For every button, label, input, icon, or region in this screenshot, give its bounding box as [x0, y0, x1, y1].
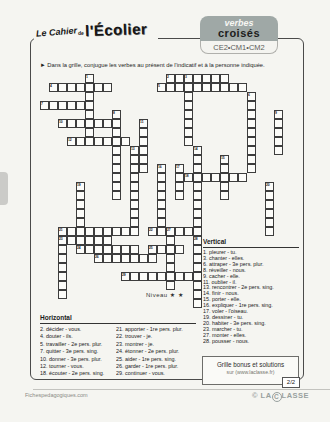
grid-cell[interactable]: 14 [193, 146, 202, 155]
grid-cell[interactable] [157, 218, 166, 227]
grid-cell[interactable] [112, 164, 121, 173]
grid-cell[interactable]: 21 [58, 227, 67, 236]
grid-cell[interactable] [103, 254, 112, 263]
grid-cell[interactable] [238, 173, 247, 182]
grid-cell[interactable] [166, 254, 175, 263]
horizontal-clues-col1: 2. décider - vous.4. douter - ils.5. tra… [40, 326, 112, 378]
grid-cell[interactable] [184, 110, 193, 119]
clue: 23. montrer - je. [116, 341, 196, 348]
grid-cell[interactable] [247, 110, 256, 119]
grid-cell[interactable]: 5 [157, 83, 166, 92]
grid-cell[interactable] [112, 173, 121, 182]
cell-number: 29 [122, 273, 126, 276]
grid-cell[interactable] [157, 191, 166, 200]
grid-cell[interactable] [76, 209, 85, 218]
clue: 18. écouter - 2e pers. sing. [40, 370, 112, 377]
grid-cell[interactable] [157, 209, 166, 218]
grid-cell[interactable] [274, 137, 283, 146]
grid-cell[interactable] [193, 83, 202, 92]
grid-cell[interactable] [67, 236, 76, 245]
grid-cell[interactable] [193, 209, 202, 218]
cell-number: 7 [41, 102, 43, 105]
grid-cell[interactable] [85, 92, 94, 101]
grid-cell[interactable] [247, 146, 256, 155]
clue: 2. décider - vous. [40, 326, 112, 333]
vertical-clues-panel: Vertical 1. pleurer - tu.3. chanter - el… [203, 238, 299, 345]
grid-cell[interactable] [58, 254, 67, 263]
grid-cell[interactable] [85, 119, 94, 128]
grid-cell[interactable] [229, 83, 238, 92]
grid-cell[interactable] [85, 245, 94, 254]
grid-cell[interactable] [112, 254, 121, 263]
grid-cell[interactable] [202, 173, 211, 182]
grid-cell[interactable]: 7 [40, 101, 49, 110]
grid-cell[interactable]: 18 [184, 173, 193, 182]
grid-cell[interactable] [58, 272, 67, 281]
cell-number: 26 [95, 255, 99, 258]
cell-number: 6 [248, 93, 250, 96]
grid-cell[interactable] [247, 164, 256, 173]
grid-cell[interactable] [76, 200, 85, 209]
grid-cell[interactable] [193, 254, 202, 263]
grid-cell[interactable] [274, 119, 283, 128]
grid-cell[interactable] [166, 236, 175, 245]
grid-cell[interactable]: 15 [220, 155, 229, 164]
grid-cell[interactable] [139, 272, 148, 281]
grid-cell[interactable] [193, 200, 202, 209]
grid-cell[interactable] [85, 110, 94, 119]
grid-cell[interactable] [274, 128, 283, 137]
grid-cell[interactable] [211, 173, 220, 182]
grid-cell[interactable] [193, 182, 202, 191]
cell-number: 13 [131, 147, 135, 150]
grid-cell[interactable]: 22 [148, 227, 157, 236]
page-number-badge: 2/2 [282, 377, 300, 388]
horizontal-clues-panel: Horizontal 2. décider - vous.4. douter -… [40, 314, 196, 378]
grid-cell[interactable] [166, 245, 175, 254]
grid-cell[interactable] [139, 137, 148, 146]
grid-cell[interactable] [238, 83, 247, 92]
grid-cell[interactable] [139, 146, 148, 155]
bonus-line2: sur (www.laclasse.fr) [203, 369, 298, 375]
laclasse-logo-suffix: LASSE [282, 391, 310, 400]
clue: 29. continuer - vous. [116, 370, 196, 377]
grid-cell[interactable] [265, 218, 274, 227]
grid-cell[interactable] [130, 227, 139, 236]
grid-cell[interactable] [94, 236, 103, 245]
grid-cell[interactable] [67, 83, 76, 92]
grid-cell[interactable] [274, 146, 283, 155]
grid-cell[interactable] [112, 182, 121, 191]
title-badge-top: verbes croisés [200, 16, 278, 41]
grid-cell[interactable] [103, 137, 112, 146]
grid-cell[interactable] [175, 245, 184, 254]
grid-cell[interactable] [130, 209, 139, 218]
grid-cell[interactable] [112, 146, 121, 155]
grid-cell[interactable]: 4 [49, 83, 58, 92]
grid-cell[interactable] [130, 245, 139, 254]
horizontal-title-rule [40, 323, 196, 324]
grid-cell[interactable] [130, 218, 139, 227]
grid-cell[interactable]: 29 [121, 272, 130, 281]
clue: 25. aider - 1re pers. sing. [116, 356, 196, 363]
grid-cell[interactable]: 28 [193, 236, 202, 245]
grid-cell[interactable] [184, 272, 193, 281]
grid-cell[interactable] [229, 173, 238, 182]
clue: 7. quitter - 3e pers. sing. [40, 348, 112, 355]
grid-cell[interactable] [247, 137, 256, 146]
cahiers-ecolier-logo: Le Cahierdel'Écolier [34, 21, 158, 54]
grid-cell[interactable] [184, 119, 193, 128]
clue: 12. tourner - vous. [40, 363, 112, 370]
grid-cell[interactable]: 19 [76, 182, 85, 191]
grid-cell[interactable] [157, 173, 166, 182]
grid-cell[interactable] [130, 182, 139, 191]
grid-cell[interactable] [112, 119, 121, 128]
grid-cell[interactable] [166, 281, 175, 290]
grid-cell[interactable] [265, 200, 274, 209]
grid-cell[interactable]: 13 [130, 146, 139, 155]
cell-number: 10 [59, 120, 63, 123]
grid-cell[interactable] [112, 128, 121, 137]
grid-cell[interactable] [139, 128, 148, 137]
grid-cell[interactable] [130, 200, 139, 209]
grid-cell[interactable]: 25 [148, 245, 157, 254]
grid-cell[interactable] [157, 200, 166, 209]
grid-cell[interactable] [103, 245, 112, 254]
cell-number: 4 [50, 84, 52, 87]
grid-cell[interactable]: 23 [58, 236, 67, 245]
grid-cell[interactable] [103, 236, 112, 245]
grid-cell[interactable] [67, 227, 76, 236]
grid-cell[interactable] [130, 155, 139, 164]
logo-ecolier: l'Écolier [85, 20, 148, 39]
grid-cell[interactable] [184, 137, 193, 146]
grid-cell[interactable] [103, 83, 112, 92]
grid-cell[interactable] [58, 83, 67, 92]
page-edge-tab [0, 172, 8, 205]
grid-cell[interactable] [175, 74, 184, 83]
grid-cell[interactable] [220, 173, 229, 182]
cell-number: 11 [140, 120, 143, 123]
vertical-clues-list: 1. pleurer - tu.3. chanter - elles.6. at… [203, 250, 299, 345]
grid-cell[interactable] [121, 254, 130, 263]
grid-cell[interactable] [130, 254, 139, 263]
grid-cell[interactable] [49, 101, 58, 110]
cell-number: 17 [176, 165, 180, 168]
grid-cell[interactable]: 26 [94, 254, 103, 263]
laclasse-logo: © LACLASSE [252, 391, 309, 402]
cell-number: 25 [149, 246, 153, 249]
grid-cell[interactable] [76, 101, 85, 110]
grid-cell[interactable] [247, 155, 256, 164]
grid-cell[interactable] [193, 218, 202, 227]
cell-number: 20 [266, 183, 270, 186]
grid-cell[interactable] [175, 83, 184, 92]
grid-cell[interactable] [193, 272, 202, 281]
grid-cell[interactable] [265, 227, 274, 236]
grid-cell[interactable] [220, 83, 229, 92]
grid-cell[interactable] [175, 272, 184, 281]
grid-cell[interactable] [148, 272, 157, 281]
cell-number: 27 [167, 228, 171, 231]
grid-cell[interactable] [193, 263, 202, 272]
grid-cell[interactable] [193, 227, 202, 236]
grid-cell[interactable] [58, 290, 67, 299]
grid-cell[interactable] [193, 299, 202, 308]
grid-cell[interactable] [94, 245, 103, 254]
cell-number: 8 [113, 111, 115, 114]
grid-cell[interactable] [193, 245, 202, 254]
clue: 24. étonner - 2e pers. plur. [116, 348, 196, 355]
footer-site-label: Fichespedagogiques.com [25, 392, 88, 398]
grid-cell[interactable] [139, 155, 148, 164]
grid-cell[interactable] [94, 227, 103, 236]
grid-cell[interactable] [76, 236, 85, 245]
difficulty-level-label: Niveau ★ ★ [146, 291, 184, 298]
grid-cell[interactable] [121, 245, 130, 254]
grid-cell[interactable]: 3 [184, 74, 193, 83]
cell-number: 28 [194, 237, 198, 240]
grid-cell[interactable] [130, 164, 139, 173]
grid-cell[interactable] [166, 272, 175, 281]
grid-cell[interactable] [85, 227, 94, 236]
clue: 5. travailler - 2e pers. plur. [40, 341, 112, 348]
grid-cell[interactable] [175, 173, 184, 182]
grid-cell[interactable] [220, 164, 229, 173]
cell-number: 2 [167, 75, 169, 78]
grid-cell[interactable] [211, 74, 220, 83]
grid-cell[interactable] [76, 83, 85, 92]
grid-cell[interactable] [76, 119, 85, 128]
grid-cell[interactable] [184, 92, 193, 101]
logo-de: de [78, 30, 84, 36]
grid-cell[interactable] [175, 191, 184, 200]
clue: 26. garder - 1re pers. plur. [116, 363, 196, 370]
cell-number: 18 [185, 174, 189, 177]
grid-cell[interactable] [112, 137, 121, 146]
grid-cell[interactable] [121, 227, 130, 236]
grid-cell[interactable]: 6 [247, 92, 256, 101]
clue: 10. donner - 3e pers. plur. [40, 356, 112, 363]
grid-cell[interactable] [103, 119, 112, 128]
cell-number: 23 [59, 237, 63, 240]
grid-cell[interactable] [94, 137, 103, 146]
grid-cell[interactable] [130, 173, 139, 182]
grid-cell[interactable] [175, 182, 184, 191]
grid-cell[interactable] [157, 182, 166, 191]
grid-cell[interactable] [157, 272, 166, 281]
grid-cell[interactable] [112, 155, 121, 164]
vertical-title-rule [203, 247, 299, 248]
grid-cell[interactable] [184, 227, 193, 236]
grid-cell[interactable] [76, 218, 85, 227]
grid-cell[interactable]: 27 [166, 227, 175, 236]
laclasse-logo-prefix: © LA [252, 391, 272, 400]
grid-cell[interactable] [193, 164, 202, 173]
grid-cell[interactable] [184, 83, 193, 92]
grid-cell[interactable] [121, 137, 130, 146]
grid-cell[interactable]: 9 [274, 110, 283, 119]
grid-cell[interactable]: 11 [139, 119, 148, 128]
grid-cell[interactable] [166, 263, 175, 272]
grid-cell[interactable]: 20 [265, 182, 274, 191]
badge-croises-label: croisés [200, 28, 278, 39]
grid-cell[interactable] [130, 191, 139, 200]
cell-number: 14 [194, 147, 198, 150]
grid-cell[interactable] [67, 101, 76, 110]
grid-cell[interactable]: 17 [175, 164, 184, 173]
grid-cell[interactable] [211, 83, 220, 92]
grid-cell[interactable] [247, 101, 256, 110]
grid-cell[interactable]: 2 [166, 74, 175, 83]
grid-cell[interactable] [76, 137, 85, 146]
title-badge: verbes croisés CE2•CM1•CM2 [200, 16, 278, 54]
grid-cell[interactable] [85, 101, 94, 110]
grid-cell[interactable] [220, 74, 229, 83]
grid-cell[interactable]: 1 [85, 74, 94, 83]
grid-cell[interactable] [76, 227, 85, 236]
cell-number: 22 [149, 228, 153, 231]
grid-cell[interactable] [157, 245, 166, 254]
grid-cell[interactable] [85, 236, 94, 245]
cell-number: 21 [59, 228, 63, 231]
cell-number: 3 [185, 75, 187, 78]
cell-number: 16 [158, 165, 162, 168]
logo-le-cahier: Le Cahier [36, 25, 78, 39]
bonus-line1: Grille bonus et solutions [203, 361, 298, 368]
cell-number: 5 [158, 84, 160, 87]
grid-cell[interactable] [112, 227, 121, 236]
grid-cell[interactable]: 24 [76, 245, 85, 254]
cell-number: 24 [77, 246, 81, 249]
grid-cell[interactable] [58, 245, 67, 254]
grid-cell[interactable] [184, 128, 193, 137]
clue: 22. trouver - je. [116, 333, 196, 340]
bonus-box: Grille bonus et solutions sur (www.lacla… [202, 356, 299, 385]
grid-cell[interactable] [184, 101, 193, 110]
cell-number: 1 [86, 75, 88, 78]
grid-cell[interactable] [202, 74, 211, 83]
grid-cell[interactable] [193, 281, 202, 290]
grid-cell[interactable] [247, 128, 256, 137]
grid-cell[interactable] [193, 74, 202, 83]
laclasse-circle-c: C [272, 392, 282, 402]
grid-cell[interactable] [247, 119, 256, 128]
grid-cell[interactable] [157, 227, 166, 236]
cell-number: 15 [221, 156, 225, 159]
grid-cell[interactable] [265, 209, 274, 218]
cell-number: 12 [68, 138, 72, 141]
grid-cell[interactable] [58, 101, 67, 110]
grid-cell[interactable] [202, 83, 211, 92]
grid-cell[interactable] [265, 191, 274, 200]
grid-cell[interactable] [166, 83, 175, 92]
clue: 4. douter - ils. [40, 333, 112, 340]
grid-cell[interactable] [85, 128, 94, 137]
grid-cell[interactable] [85, 83, 94, 92]
grid-cell[interactable] [112, 245, 121, 254]
grid-cell[interactable] [148, 254, 157, 263]
instruction-text: ► Dans la grille, conjugue les verbes au… [40, 62, 298, 68]
grid-cell[interactable] [139, 254, 148, 263]
grid-cell[interactable]: 12 [67, 137, 76, 146]
grid-cell[interactable] [220, 182, 229, 191]
grid-cell[interactable] [130, 272, 139, 281]
grid-cell[interactable] [85, 137, 94, 146]
grid-cell[interactable]: 8 [112, 110, 121, 119]
grid-cell[interactable]: 10 [58, 119, 67, 128]
footer-divider [33, 389, 330, 390]
grid-cell[interactable] [220, 191, 229, 200]
grid-cell[interactable] [94, 83, 103, 92]
grid-cell[interactable] [193, 191, 202, 200]
grid-cell[interactable]: 16 [157, 164, 166, 173]
horizontal-clues-title: Horizontal [40, 314, 196, 321]
grid-cell[interactable] [175, 227, 184, 236]
grid-cell[interactable] [76, 191, 85, 200]
cell-number: 19 [77, 183, 81, 186]
vertical-clues-title: Vertical [203, 238, 299, 245]
clue: 28. pousser - nous. [203, 339, 299, 345]
grid-cell[interactable] [58, 263, 67, 272]
grid-cell[interactable] [103, 227, 112, 236]
grid-cell[interactable] [193, 173, 202, 182]
clue: 21. apporter - 1re pers. plur. [116, 326, 196, 333]
cell-number: 9 [275, 111, 277, 114]
grid-cell[interactable] [94, 119, 103, 128]
grid-cell[interactable] [67, 119, 76, 128]
grid-cell[interactable] [193, 290, 202, 299]
grade-levels-label: CE2•CM1•CM2 [200, 41, 278, 54]
horizontal-clues-col2: 21. apporter - 1re pers. plur.22. trouve… [116, 326, 196, 378]
grid-cell[interactable] [112, 191, 121, 200]
grid-cell[interactable] [193, 155, 202, 164]
grid-cell[interactable] [58, 281, 67, 290]
grid-cell[interactable] [139, 164, 148, 173]
